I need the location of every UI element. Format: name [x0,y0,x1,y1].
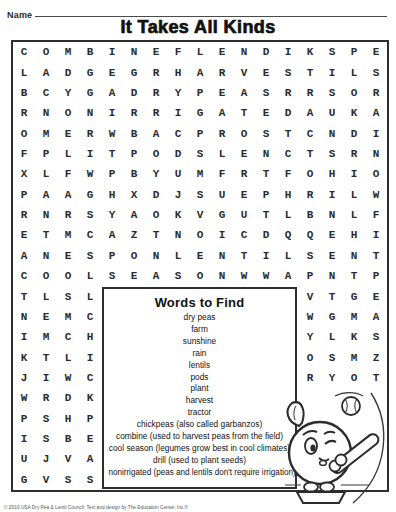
word-item: sunshine [106,336,293,348]
word-item: dry peas [106,312,293,324]
grid-cell: U [211,185,233,205]
grid-cell: R [299,185,321,205]
grid-cell: S [79,205,101,225]
grid-cell: L [189,42,211,62]
grid-cell: H [343,225,365,245]
grid-cell: C [167,123,189,143]
grid-cell: W [233,266,255,286]
grid-cell: O [343,83,365,103]
word-item: combine (used to harvest peas from the f… [106,431,293,443]
grid-cell: C [79,368,101,388]
grid-cell: Y [145,164,167,184]
grid-cell: T [255,164,277,184]
grid-cell: R [343,144,365,164]
grid-cell: Y [101,205,123,225]
grid-cell: G [123,62,145,82]
grid-cell: H [57,409,79,429]
grid-cell: P [79,409,101,429]
word-item: farm [106,324,293,336]
grid-cell: A [57,185,79,205]
grid-cell: T [255,205,277,225]
grid-cell: W [255,266,277,286]
grid-cell: E [13,225,35,245]
grid-cell: T [145,225,167,245]
foot-right [320,483,334,492]
grid-cell: S [299,246,321,266]
grid-cell: S [79,470,101,490]
grid-cell: Z [123,225,145,245]
grid-cell: N [35,103,57,123]
copyright-footer: © 2010 USA Dry Pea & Lentil Council. Tex… [4,505,188,510]
grid-cell: L [343,185,365,205]
grid-cell: Y [321,368,343,388]
grid-cell: H [79,327,101,347]
grid-cell: Y [57,83,79,103]
grid-cell: I [79,347,101,367]
grid-cell: L [79,266,101,286]
word-item: drill (used to plant seeds) [106,455,293,467]
word-item: cool season (legumes grow best in cool c… [106,443,293,455]
grid-cell: M [35,327,57,347]
grid-cell: O [13,123,35,143]
grid-cell: M [57,225,79,245]
grid-cell: K [343,103,365,123]
home-plate [297,492,345,503]
grid-cell: S [79,246,101,266]
grid-cell: E [211,83,233,103]
grid-cell: G [211,205,233,225]
grid-cell: U [167,164,189,184]
grid-cell: C [57,327,79,347]
grid-cell: J [167,185,189,205]
grid-cell: V [299,286,321,306]
grid-cell: T [233,103,255,123]
grid-cell: I [277,42,299,62]
grid-cell: N [35,205,57,225]
grid-cell: V [57,449,79,469]
grid-cell: T [299,144,321,164]
words-to-find-panel: Words to Find dry peasfarmsunshinerainle… [102,287,297,489]
grid-cell: G [79,185,101,205]
grid-cell: N [13,307,35,327]
grid-cell: S [255,123,277,143]
grid-cell: S [35,429,57,449]
grid-cell: O [343,368,365,388]
grid-cell: E [101,62,123,82]
grid-cell: A [101,225,123,245]
grid-cell: K [343,327,365,347]
word-item: lentils [106,360,293,372]
grid-cell: S [321,347,343,367]
grid-cell: A [299,103,321,123]
grid-cell: C [79,307,101,327]
grid-cell: U [321,103,343,123]
grid-cell: O [35,266,57,286]
grid-cell: N [145,246,167,266]
grid-cell: H [321,164,343,184]
pea-body [289,422,351,484]
baseball-icon [342,397,360,415]
leaf-sprout [288,402,304,426]
grid-cell: P [13,185,35,205]
grid-cell: G [321,307,343,327]
grid-cell: N [233,42,255,62]
grid-cell: O [57,266,79,286]
grid-cell: T [101,144,123,164]
grid-cell: J [13,368,35,388]
grid-cell: N [211,246,233,266]
grid-cell: H [101,185,123,205]
grid-cell: S [321,83,343,103]
grid-cell: Q [277,225,299,245]
grid-cell: A [233,83,255,103]
word-item: harvest [106,395,293,407]
grid-cell: W [13,388,35,408]
grid-cell: H [277,185,299,205]
grid-cell: T [365,368,387,388]
grid-cell: I [35,368,57,388]
grid-cell: R [145,62,167,82]
grid-cell: T [35,225,57,245]
grid-cell: M [57,307,79,327]
grid-cell: I [321,62,343,82]
grid-cell: F [13,144,35,164]
grid-cell: A [35,62,57,82]
grid-cell: S [365,62,387,82]
grid-cell: L [277,246,299,266]
tongue [320,461,327,466]
grid-cell: P [343,42,365,62]
grid-cell: D [167,144,189,164]
grid-cell: M [35,123,57,143]
grid-cell: I [365,225,387,245]
grid-cell: O [189,225,211,245]
grid-cell: E [57,246,79,266]
grid-cell: P [365,266,387,286]
grid-cell: G [189,103,211,123]
word-list: dry peasfarmsunshinerainlentilspodsplant… [104,312,295,479]
grid-cell: O [189,266,211,286]
grid-cell: C [13,42,35,62]
grid-cell: G [343,286,365,306]
grid-cell: S [255,83,277,103]
grid-cell: J [35,449,57,469]
grid-cell: D [57,388,79,408]
name-row: Name [7,4,391,18]
grid-cell: O [145,205,167,225]
grid-cell: N [321,205,343,225]
grid-cell: I [101,103,123,123]
grid-cell: A [277,266,299,286]
grid-cell: L [277,205,299,225]
grid-cell: B [299,205,321,225]
grid-cell: A [189,62,211,82]
grid-cell: L [57,347,79,367]
grid-cell: M [343,307,365,327]
grid-cell: E [321,225,343,245]
puzzle-title: It Takes All Kinds [0,17,396,38]
grid-cell: B [123,123,145,143]
grid-cell: F [277,164,299,184]
grid-cell: S [365,327,387,347]
grid-cell: I [343,164,365,184]
grid-cell: S [189,144,211,164]
grid-cell: L [35,286,57,306]
word-item: nonirrigated (peas and lentils don't req… [108,467,290,479]
grid-cell: R [211,62,233,82]
grid-cell: C [13,266,35,286]
grid-cell: A [13,246,35,266]
grid-cell: F [365,205,387,225]
grid-cell: S [321,144,343,164]
grid-cell: B [79,42,101,62]
grid-cell: D [145,185,167,205]
grid-cell: X [123,185,145,205]
grid-cell: O [123,246,145,266]
foot-left [304,483,318,492]
grid-cell: E [321,246,343,266]
grid-cell: N [167,225,189,245]
grid-cell: E [57,123,79,143]
grid-cell: M [189,164,211,184]
grid-cell: C [299,123,321,143]
grid-cell: T [321,286,343,306]
grid-cell: E [79,429,101,449]
grid-cell: P [189,123,211,143]
grid-cell: F [57,164,79,184]
grid-cell: P [101,246,123,266]
grid-cell: N [321,266,343,286]
grid-cell: D [123,83,145,103]
grid-cell: L [13,62,35,82]
grid-cell: I [365,123,387,143]
grid-cell: W [57,368,79,388]
grid-cell: P [13,409,35,429]
grid-cell: K [79,388,101,408]
motion-line [335,393,363,396]
grid-cell: W [101,123,123,143]
grid-cell: M [57,42,79,62]
grid-cell: O [365,164,387,184]
grid-cell: R [365,83,387,103]
grid-cell: O [299,347,321,367]
grid-cell: A [101,83,123,103]
grid-cell: B [123,164,145,184]
grid-cell: A [365,307,387,327]
grid-cell: S [189,185,211,205]
grid-cell: P [35,144,57,164]
grid-cell: A [35,185,57,205]
grid-cell: E [145,42,167,62]
grid-cell: N [35,246,57,266]
grid-cell: G [79,83,101,103]
grid-cell: W [299,307,321,327]
grid-cell: P [255,185,277,205]
grid-cell: O [299,164,321,184]
grid-cell: R [277,83,299,103]
grid-cell: D [57,62,79,82]
grid-cell: V [233,62,255,82]
grid-cell: E [211,42,233,62]
grid-cell: E [233,185,255,205]
word-item: rain [106,348,293,360]
grid-cell: P [123,144,145,164]
grid-cell: I [13,327,35,347]
grid-cell: T [35,347,57,367]
grid-cell: G [13,470,35,490]
grid-cell: P [101,164,123,184]
grid-cell: X [13,164,35,184]
grid-cell: T [343,266,365,286]
grid-cell: R [123,103,145,123]
grid-cell: Y [167,83,189,103]
grid-cell: N [365,144,387,164]
grid-cell: L [343,205,365,225]
grid-cell: R [145,103,167,123]
grid-cell: T [233,246,255,266]
grid-cell: N [255,144,277,164]
grid-cell: S [57,470,79,490]
grid-cell: E [35,307,57,327]
grid-cell: O [57,103,79,123]
grid-cell: U [13,449,35,469]
grid-cell: D [255,225,277,245]
grid-cell: R [211,123,233,143]
grid-cell: N [343,246,365,266]
grid-cell: Z [365,347,387,367]
grid-cell: E [365,42,387,62]
grid-cell: E [255,62,277,82]
grid-cell: E [365,286,387,306]
grid-cell: S [321,42,343,62]
grid-cell: T [277,123,299,143]
grid-cell: A [365,103,387,123]
grid-cell: S [35,409,57,429]
grid-cell: I [321,185,343,205]
grid-cell: C [233,225,255,245]
grid-cell: C [277,144,299,164]
grid-cell: D [343,123,365,143]
grid-cell: Q [299,225,321,245]
grid-cell: I [101,42,123,62]
pupil [310,444,315,451]
grid-cell: C [35,83,57,103]
grid-cell: P [189,83,211,103]
grid-cell: T [365,246,387,266]
grid-cell: R [299,83,321,103]
grid-cell: F [167,42,189,62]
grid-cell: U [233,205,255,225]
grid-cell: W [365,185,387,205]
grid-cell: L [321,327,343,347]
grid-cell: I [13,429,35,449]
grid-cell: S [101,266,123,286]
grid-cell: N [211,266,233,286]
grid-cell: I [167,103,189,123]
grid-cell: B [13,83,35,103]
grid-cell: H [167,62,189,82]
grid-cell: R [145,83,167,103]
grid-cell: V [35,470,57,490]
grid-cell: N [321,123,343,143]
word-item: tractor [106,407,293,419]
worksheet-page: Name It Takes All Kinds COMBINEFLENDIKSP… [0,0,396,512]
grid-cell: A [123,205,145,225]
grid-cell: N [79,103,101,123]
grid-cell: F [211,164,233,184]
grid-cell: D [255,42,277,62]
grid-cell: L [343,62,365,82]
grid-cell: K [167,205,189,225]
grid-cell: A [211,103,233,123]
words-panel-title: Words to Find [104,295,295,310]
grid-cell: S [277,62,299,82]
grid-cell: I [79,144,101,164]
grid-cell: E [189,246,211,266]
grid-cell: R [13,103,35,123]
grid-cell: L [57,144,79,164]
grid-cell: T [299,62,321,82]
grid-cell: W [79,164,101,184]
grid-cell: L [211,144,233,164]
grid-cell: R [233,164,255,184]
grid-cell: A [145,123,167,143]
grid-cell: K [13,347,35,367]
grid-cell: K [299,42,321,62]
grid-cell: O [35,42,57,62]
grid-cell: P [299,266,321,286]
grid-cell: S [167,266,189,286]
grid-cell: L [79,286,101,306]
word-item: pods [106,372,293,384]
grid-cell: R [299,368,321,388]
word-item: plant [106,383,293,395]
grid-cell: R [13,205,35,225]
grid-cell: D [277,103,299,123]
hand-front [336,455,347,466]
grid-cell: A [145,266,167,286]
grid-cell: S [57,286,79,306]
grid-cell: I [255,246,277,266]
grid-cell: N [123,42,145,62]
grid-cell: R [35,388,57,408]
grid-cell: B [57,429,79,449]
grid-cell: T [13,286,35,306]
pea-mascot-illustration [283,390,396,507]
grid-cell: R [57,205,79,225]
grid-cell: E [233,144,255,164]
grid-cell: R [79,123,101,143]
grid-cell: O [145,144,167,164]
grid-cell: E [123,266,145,286]
grid-cell: A [79,449,101,469]
grid-cell: E [255,103,277,123]
grid-cell: V [189,205,211,225]
grid-cell: Y [299,327,321,347]
word-item: chickpeas (also called garbanzos) [106,419,293,431]
grid-cell: I [211,225,233,245]
grid-cell: M [343,347,365,367]
grid-cell: O [233,123,255,143]
grid-cell: L [167,246,189,266]
grid-cell: L [35,164,57,184]
grid-cell: C [79,225,101,245]
grid-cell: G [79,62,101,82]
